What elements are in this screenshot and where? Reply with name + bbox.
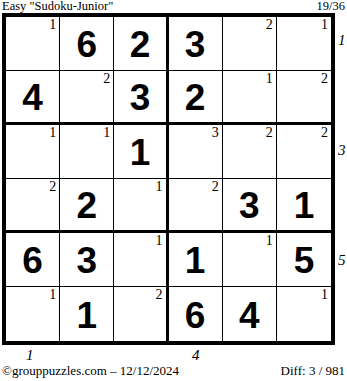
- cell-r2c6[interactable]: 2: [277, 71, 331, 125]
- pencil-mark: 2: [103, 71, 110, 86]
- cell-r4c5[interactable]: 3: [223, 179, 277, 233]
- pencil-mark: 1: [156, 233, 163, 248]
- cell-r2c2[interactable]: 2: [60, 71, 114, 125]
- pencil-mark: 1: [266, 71, 273, 86]
- cell-r4c3[interactable]: 1: [114, 179, 168, 233]
- pencil-mark: 1: [49, 17, 56, 32]
- given-digit: 6: [185, 297, 206, 334]
- given-digit: 2: [130, 26, 151, 63]
- given-digit: 2: [76, 187, 97, 224]
- given-digit: 5: [294, 242, 315, 279]
- pencil-mark: 1: [321, 287, 328, 302]
- pencil-mark: 1: [49, 287, 56, 302]
- pencil-mark: 1: [156, 179, 163, 194]
- cell-r4c2[interactable]: 2: [60, 179, 114, 233]
- cell-r2c3[interactable]: 3: [114, 71, 168, 125]
- given-digit: 1: [130, 134, 151, 171]
- cell-r4c1[interactable]: 2: [6, 179, 60, 233]
- cell-r3c6[interactable]: 2: [277, 125, 331, 179]
- page-title: Easy "Sudoku-Junior": [2, 0, 113, 13]
- pencil-mark: 2: [266, 125, 273, 140]
- pencil-mark: 2: [321, 125, 328, 140]
- cell-r1c5[interactable]: 2: [223, 17, 277, 71]
- cell-r1c1[interactable]: 1: [6, 17, 60, 71]
- pencil-mark: 2: [49, 179, 56, 194]
- cell-r2c5[interactable]: 1: [223, 71, 277, 125]
- given-digit: 1: [76, 297, 97, 334]
- cell-r1c2[interactable]: 6: [60, 17, 114, 71]
- sudoku-board: 162321423212111322221231631115112641: [2, 13, 335, 345]
- cell-r6c3[interactable]: 2: [114, 287, 168, 341]
- given-digit: 4: [22, 79, 43, 116]
- col-label-4: 4: [192, 347, 200, 363]
- puzzle-counter: 19/36: [317, 0, 345, 13]
- cell-r2c4[interactable]: 2: [169, 71, 223, 125]
- cell-r3c4[interactable]: 3: [169, 125, 223, 179]
- cell-r5c6[interactable]: 5: [277, 233, 331, 287]
- row-label-3: 3: [338, 142, 346, 158]
- cell-r5c5[interactable]: 1: [223, 233, 277, 287]
- cell-r5c2[interactable]: 3: [60, 233, 114, 287]
- given-digit: 3: [185, 26, 206, 63]
- given-digit: 1: [294, 187, 315, 224]
- cell-r4c4[interactable]: 2: [169, 179, 223, 233]
- row-label-1: 1: [338, 32, 346, 48]
- cell-r5c4[interactable]: 1: [169, 233, 223, 287]
- pencil-mark: 1: [49, 125, 56, 140]
- given-digit: 2: [185, 79, 206, 116]
- given-digit: 3: [130, 79, 151, 116]
- cell-r3c2[interactable]: 1: [60, 125, 114, 179]
- difficulty-text: Diff: 3 / 981: [281, 364, 345, 378]
- col-label-1: 1: [26, 347, 34, 363]
- cell-r1c4[interactable]: 3: [169, 17, 223, 71]
- given-digit: 3: [76, 242, 97, 279]
- cell-r6c6[interactable]: 1: [277, 287, 331, 341]
- pencil-mark: 2: [321, 71, 328, 86]
- cell-r5c3[interactable]: 1: [114, 233, 168, 287]
- puzzle-page: Easy "Sudoku-Junior" 19/36 1623214232121…: [0, 0, 347, 381]
- given-digit: 6: [22, 242, 43, 279]
- cell-r1c3[interactable]: 2: [114, 17, 168, 71]
- pencil-mark: 2: [266, 17, 273, 32]
- copyright-date-text: ©grouppuzzles.com – 12/12/2024: [2, 364, 179, 378]
- given-digit: 3: [239, 187, 260, 224]
- cell-r1c6[interactable]: 1: [277, 17, 331, 71]
- cell-r6c2[interactable]: 1: [60, 287, 114, 341]
- cell-r6c4[interactable]: 6: [169, 287, 223, 341]
- pencil-mark: 1: [321, 17, 328, 32]
- given-digit: 1: [185, 242, 206, 279]
- pencil-mark: 2: [212, 179, 219, 194]
- cell-r5c1[interactable]: 6: [6, 233, 60, 287]
- row-label-5: 5: [338, 252, 346, 268]
- given-digit: 6: [76, 26, 97, 63]
- cell-r2c1[interactable]: 4: [6, 71, 60, 125]
- cell-r3c3[interactable]: 1: [114, 125, 168, 179]
- cell-r6c1[interactable]: 1: [6, 287, 60, 341]
- pencil-mark: 1: [266, 233, 273, 248]
- pencil-mark: 2: [156, 287, 163, 302]
- given-digit: 4: [239, 297, 260, 334]
- cell-r3c1[interactable]: 1: [6, 125, 60, 179]
- cell-r4c6[interactable]: 1: [277, 179, 331, 233]
- cell-r6c5[interactable]: 4: [223, 287, 277, 341]
- pencil-mark: 3: [212, 125, 219, 140]
- pencil-mark: 1: [103, 125, 110, 140]
- cell-r3c5[interactable]: 2: [223, 125, 277, 179]
